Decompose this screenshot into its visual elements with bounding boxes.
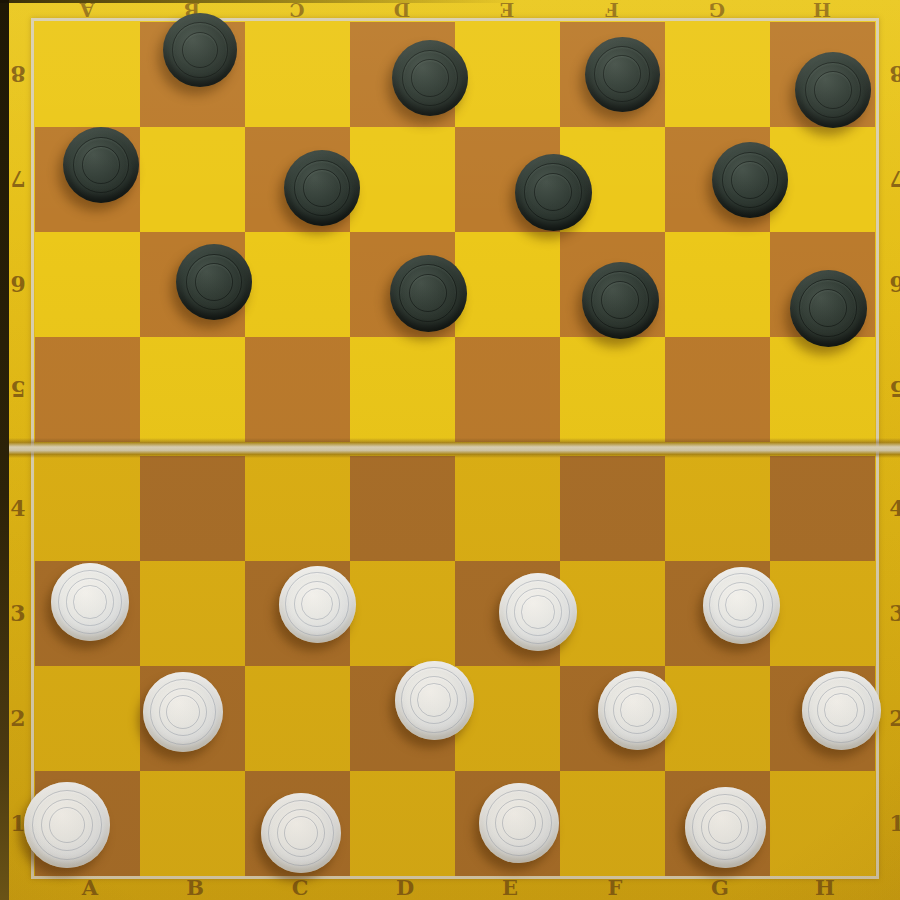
- piece-groove-ring: [809, 289, 847, 327]
- file-label-bottom-h: H: [815, 875, 835, 900]
- square-e5[interactable]: [455, 337, 560, 442]
- piece-black-f8[interactable]: [585, 37, 660, 112]
- square-c6[interactable]: [245, 232, 350, 337]
- square-h1[interactable]: [770, 771, 875, 876]
- square-a8[interactable]: [35, 22, 140, 127]
- piece-white-g3[interactable]: [703, 567, 780, 644]
- piece-white-h2[interactable]: [802, 671, 881, 750]
- piece-groove-ring: [814, 71, 852, 109]
- piece-black-f6[interactable]: [582, 262, 659, 339]
- rank-label-right-7: 7: [889, 166, 900, 192]
- square-f5[interactable]: [560, 337, 665, 442]
- piece-white-c3[interactable]: [279, 566, 356, 643]
- square-h3[interactable]: [770, 561, 875, 666]
- file-label-bottom-d: D: [396, 875, 414, 900]
- square-b4[interactable]: [140, 456, 245, 561]
- piece-groove-ring: [534, 173, 572, 211]
- piece-groove-ring: [82, 146, 120, 184]
- piece-black-b6[interactable]: [176, 244, 252, 320]
- square-a4[interactable]: [35, 456, 140, 561]
- file-label-bottom-a: A: [82, 875, 98, 900]
- square-e4[interactable]: [455, 456, 560, 561]
- piece-groove-ring: [166, 695, 200, 729]
- square-b7[interactable]: [140, 127, 245, 232]
- square-c4[interactable]: [245, 456, 350, 561]
- piece-groove-ring: [620, 693, 654, 727]
- file-label-top-h: H: [813, 0, 831, 21]
- rank-label-left-8: 8: [10, 61, 25, 87]
- piece-black-c7[interactable]: [284, 150, 360, 226]
- rank-label-left-2: 2: [10, 705, 25, 731]
- square-f1[interactable]: [560, 771, 665, 876]
- file-label-top-a: A: [80, 0, 95, 21]
- board-left-dark-edge: [0, 0, 9, 900]
- square-h4[interactable]: [770, 456, 875, 561]
- file-label-bottom-c: C: [292, 875, 309, 900]
- piece-groove-ring: [417, 683, 451, 717]
- piece-black-a7[interactable]: [63, 127, 139, 203]
- piece-groove-ring: [603, 55, 640, 92]
- piece-groove-ring: [73, 585, 106, 618]
- file-label-top-d: D: [394, 0, 410, 21]
- piece-groove-ring: [303, 169, 341, 207]
- square-a2[interactable]: [35, 666, 140, 771]
- piece-black-d8[interactable]: [392, 40, 468, 116]
- square-f4[interactable]: [560, 456, 665, 561]
- piece-black-b8[interactable]: [163, 13, 237, 87]
- piece-white-a1[interactable]: [24, 782, 110, 868]
- rank-label-right-1: 1: [889, 810, 900, 836]
- file-label-top-c: C: [289, 0, 304, 21]
- rank-label-left-5: 5: [10, 376, 25, 402]
- piece-groove-ring: [521, 595, 554, 628]
- square-e2[interactable]: [455, 666, 560, 771]
- piece-white-e1[interactable]: [479, 783, 559, 863]
- square-d1[interactable]: [350, 771, 455, 876]
- piece-groove-ring: [708, 810, 742, 844]
- square-b5[interactable]: [140, 337, 245, 442]
- board-top-dark-edge: [0, 0, 520, 3]
- file-label-top-e: E: [500, 0, 514, 21]
- checkers-board-photo: AABBCCDDEEFFGGHH8877665544332211: [0, 0, 900, 900]
- piece-white-c1[interactable]: [261, 793, 341, 873]
- piece-white-b2[interactable]: [143, 672, 223, 752]
- rank-label-left-6: 6: [10, 271, 25, 297]
- piece-groove-ring: [824, 693, 858, 727]
- square-d5[interactable]: [350, 337, 455, 442]
- rank-label-left-4: 4: [10, 495, 25, 521]
- piece-black-h6[interactable]: [790, 270, 867, 347]
- rank-label-right-3: 3: [889, 600, 900, 626]
- square-a6[interactable]: [35, 232, 140, 337]
- square-g2[interactable]: [665, 666, 770, 771]
- piece-groove-ring: [411, 59, 449, 97]
- square-e8[interactable]: [455, 22, 560, 127]
- board-fold-seam: [0, 438, 900, 458]
- piece-groove-ring: [284, 816, 318, 850]
- square-d4[interactable]: [350, 456, 455, 561]
- square-g4[interactable]: [665, 456, 770, 561]
- file-label-top-g: G: [709, 0, 725, 21]
- piece-groove-ring: [601, 281, 639, 319]
- piece-white-a3[interactable]: [51, 563, 129, 641]
- piece-groove-ring: [731, 161, 769, 199]
- piece-black-e7[interactable]: [515, 154, 592, 231]
- rank-label-right-2: 2: [889, 705, 900, 731]
- piece-white-g1[interactable]: [685, 787, 766, 868]
- square-b3[interactable]: [140, 561, 245, 666]
- piece-groove-ring: [502, 806, 536, 840]
- rank-label-right-5: 5: [889, 376, 900, 402]
- piece-white-e3[interactable]: [499, 573, 577, 651]
- piece-white-f2[interactable]: [598, 671, 677, 750]
- square-g5[interactable]: [665, 337, 770, 442]
- square-e6[interactable]: [455, 232, 560, 337]
- rank-label-left-7: 7: [10, 166, 25, 192]
- file-label-bottom-b: B: [186, 875, 204, 900]
- rank-label-right-8: 8: [889, 61, 900, 87]
- file-label-top-f: F: [605, 0, 619, 21]
- piece-groove-ring: [195, 263, 233, 301]
- file-label-bottom-e: E: [502, 875, 518, 900]
- piece-groove-ring: [49, 807, 85, 843]
- square-c2[interactable]: [245, 666, 350, 771]
- square-c5[interactable]: [245, 337, 350, 442]
- square-b1[interactable]: [140, 771, 245, 876]
- piece-groove-ring: [409, 274, 447, 312]
- piece-black-h8[interactable]: [795, 52, 871, 128]
- file-label-bottom-g: G: [711, 875, 729, 900]
- rank-label-right-4: 4: [889, 495, 900, 521]
- square-g6[interactable]: [665, 232, 770, 337]
- piece-white-d2[interactable]: [395, 661, 474, 740]
- rank-label-right-6: 6: [889, 271, 900, 297]
- square-a5[interactable]: [35, 337, 140, 442]
- file-label-bottom-f: F: [608, 875, 623, 900]
- square-d3[interactable]: [350, 561, 455, 666]
- square-h5[interactable]: [770, 337, 875, 442]
- piece-black-g7[interactable]: [712, 142, 788, 218]
- rank-label-left-3: 3: [10, 600, 25, 626]
- square-g8[interactable]: [665, 22, 770, 127]
- square-d7[interactable]: [350, 127, 455, 232]
- piece-black-d6[interactable]: [390, 255, 467, 332]
- square-c8[interactable]: [245, 22, 350, 127]
